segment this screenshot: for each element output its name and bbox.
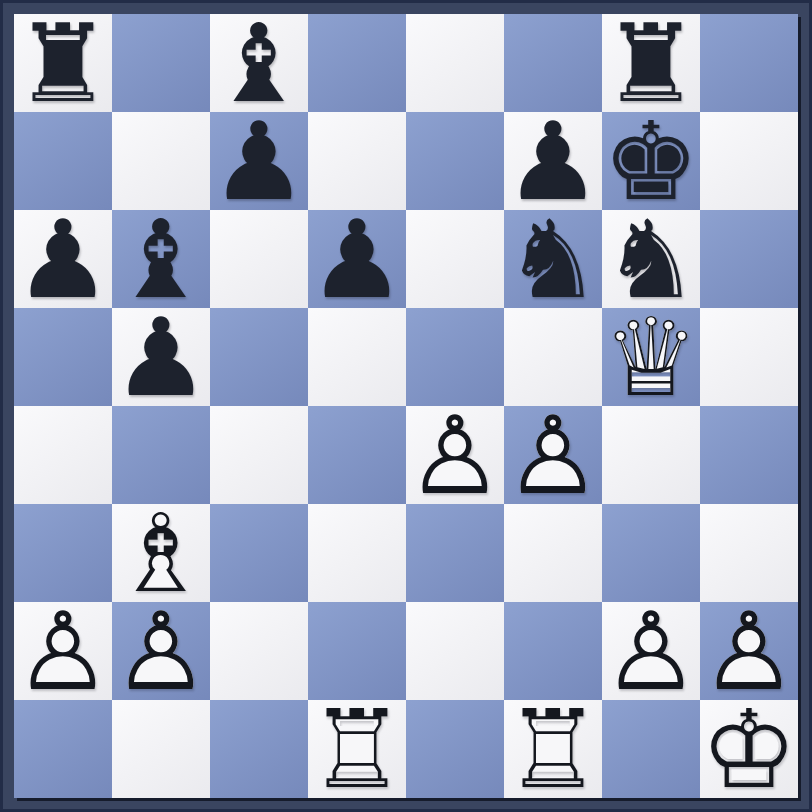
square-a3[interactable] <box>14 504 112 602</box>
piece-white-pawn[interactable]: ♟♙ <box>112 602 210 700</box>
piece-glyph-outline: ♙ <box>14 602 112 700</box>
square-d6[interactable]: ♟ <box>308 210 406 308</box>
square-h3[interactable] <box>700 504 798 602</box>
board-frame: ♜♝♜♟♟♚♟♝♟♞♞♟♛♕♟♙♟♙♝♗♟♙♟♙♟♙♟♙♜♖♜♖♚♔ <box>0 0 812 812</box>
piece-black-bishop[interactable]: ♝ <box>210 14 308 112</box>
square-b7[interactable] <box>112 112 210 210</box>
piece-black-bishop[interactable]: ♝ <box>112 210 210 308</box>
square-f4[interactable]: ♟♙ <box>504 406 602 504</box>
square-g2[interactable]: ♟♙ <box>602 602 700 700</box>
piece-glyph-outline: ♙ <box>700 602 798 700</box>
piece-white-pawn[interactable]: ♟♙ <box>700 602 798 700</box>
square-a7[interactable] <box>14 112 112 210</box>
piece-glyph-outline: ♖ <box>308 700 406 798</box>
square-c2[interactable] <box>210 602 308 700</box>
piece-glyph-fill: ♟ <box>504 112 602 210</box>
piece-glyph-outline: ♙ <box>602 602 700 700</box>
square-f2[interactable] <box>504 602 602 700</box>
piece-glyph-fill: ♞ <box>602 210 700 308</box>
square-d2[interactable] <box>308 602 406 700</box>
piece-black-rook[interactable]: ♜ <box>14 14 112 112</box>
piece-black-pawn[interactable]: ♟ <box>504 112 602 210</box>
square-f6[interactable]: ♞ <box>504 210 602 308</box>
chess-board: ♜♝♜♟♟♚♟♝♟♞♞♟♛♕♟♙♟♙♝♗♟♙♟♙♟♙♟♙♜♖♜♖♚♔ <box>14 14 798 798</box>
piece-glyph-outline: ♖ <box>504 700 602 798</box>
square-d4[interactable] <box>308 406 406 504</box>
square-b6[interactable]: ♝ <box>112 210 210 308</box>
square-a1[interactable] <box>14 700 112 798</box>
square-h6[interactable] <box>700 210 798 308</box>
square-d1[interactable]: ♜♖ <box>308 700 406 798</box>
square-d5[interactable] <box>308 308 406 406</box>
square-h2[interactable]: ♟♙ <box>700 602 798 700</box>
piece-white-rook[interactable]: ♜♖ <box>308 700 406 798</box>
square-b4[interactable] <box>112 406 210 504</box>
piece-glyph-outline: ♙ <box>112 602 210 700</box>
piece-glyph-fill: ♟ <box>210 112 308 210</box>
square-g7[interactable]: ♚ <box>602 112 700 210</box>
piece-black-rook[interactable]: ♜ <box>602 14 700 112</box>
piece-glyph-fill: ♟ <box>308 210 406 308</box>
square-g8[interactable]: ♜ <box>602 14 700 112</box>
square-e4[interactable]: ♟♙ <box>406 406 504 504</box>
piece-glyph-fill: ♜ <box>602 14 700 112</box>
piece-black-pawn[interactable]: ♟ <box>308 210 406 308</box>
square-a8[interactable]: ♜ <box>14 14 112 112</box>
square-f8[interactable] <box>504 14 602 112</box>
square-c3[interactable] <box>210 504 308 602</box>
piece-white-queen[interactable]: ♛♕ <box>602 308 700 406</box>
square-h8[interactable] <box>700 14 798 112</box>
piece-glyph-outline: ♙ <box>504 406 602 504</box>
piece-glyph-fill: ♜ <box>14 14 112 112</box>
square-f5[interactable] <box>504 308 602 406</box>
piece-white-bishop[interactable]: ♝♗ <box>112 504 210 602</box>
square-h7[interactable] <box>700 112 798 210</box>
square-c6[interactable] <box>210 210 308 308</box>
square-c5[interactable] <box>210 308 308 406</box>
square-f1[interactable]: ♜♖ <box>504 700 602 798</box>
piece-glyph-fill: ♟ <box>14 210 112 308</box>
square-b2[interactable]: ♟♙ <box>112 602 210 700</box>
piece-glyph-outline: ♙ <box>406 406 504 504</box>
piece-glyph-fill: ♝ <box>210 14 308 112</box>
piece-black-pawn[interactable]: ♟ <box>14 210 112 308</box>
piece-glyph-fill: ♝ <box>112 210 210 308</box>
square-e3[interactable] <box>406 504 504 602</box>
piece-black-knight[interactable]: ♞ <box>602 210 700 308</box>
piece-white-pawn[interactable]: ♟♙ <box>14 602 112 700</box>
square-a5[interactable] <box>14 308 112 406</box>
piece-glyph-fill: ♚ <box>602 112 700 210</box>
piece-glyph-outline: ♗ <box>112 504 210 602</box>
square-c4[interactable] <box>210 406 308 504</box>
square-b8[interactable] <box>112 14 210 112</box>
square-e5[interactable] <box>406 308 504 406</box>
square-f3[interactable] <box>504 504 602 602</box>
square-f7[interactable]: ♟ <box>504 112 602 210</box>
square-b1[interactable] <box>112 700 210 798</box>
piece-white-pawn[interactable]: ♟♙ <box>504 406 602 504</box>
piece-black-pawn[interactable]: ♟ <box>112 308 210 406</box>
square-d8[interactable] <box>308 14 406 112</box>
square-g6[interactable]: ♞ <box>602 210 700 308</box>
square-d3[interactable] <box>308 504 406 602</box>
piece-glyph-outline: ♕ <box>602 308 700 406</box>
square-c1[interactable] <box>210 700 308 798</box>
square-d7[interactable] <box>308 112 406 210</box>
piece-black-king[interactable]: ♚ <box>602 112 700 210</box>
square-c7[interactable]: ♟ <box>210 112 308 210</box>
piece-glyph-outline: ♔ <box>700 700 798 798</box>
square-h1[interactable]: ♚♔ <box>700 700 798 798</box>
piece-black-pawn[interactable]: ♟ <box>210 112 308 210</box>
square-g3[interactable] <box>602 504 700 602</box>
square-e6[interactable] <box>406 210 504 308</box>
square-e8[interactable] <box>406 14 504 112</box>
piece-black-knight[interactable]: ♞ <box>504 210 602 308</box>
square-h4[interactable] <box>700 406 798 504</box>
square-e1[interactable] <box>406 700 504 798</box>
piece-white-king[interactable]: ♚♔ <box>700 700 798 798</box>
square-g1[interactable] <box>602 700 700 798</box>
square-a6[interactable]: ♟ <box>14 210 112 308</box>
square-a2[interactable]: ♟♙ <box>14 602 112 700</box>
square-a4[interactable] <box>14 406 112 504</box>
piece-glyph-fill: ♞ <box>504 210 602 308</box>
square-c8[interactable]: ♝ <box>210 14 308 112</box>
piece-white-pawn[interactable]: ♟♙ <box>602 602 700 700</box>
square-g4[interactable] <box>602 406 700 504</box>
square-g5[interactable]: ♛♕ <box>602 308 700 406</box>
piece-white-pawn[interactable]: ♟♙ <box>406 406 504 504</box>
piece-glyph-fill: ♟ <box>112 308 210 406</box>
square-b5[interactable]: ♟ <box>112 308 210 406</box>
square-e2[interactable] <box>406 602 504 700</box>
piece-white-rook[interactable]: ♜♖ <box>504 700 602 798</box>
square-h5[interactable] <box>700 308 798 406</box>
square-e7[interactable] <box>406 112 504 210</box>
square-b3[interactable]: ♝♗ <box>112 504 210 602</box>
